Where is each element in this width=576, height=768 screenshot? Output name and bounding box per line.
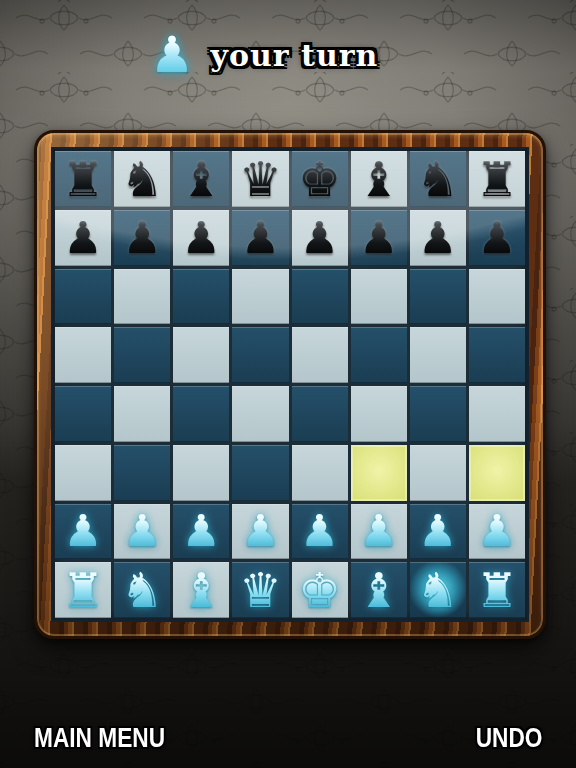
black-pawn: ♟ [359,216,398,260]
square-e7[interactable]: ♟ [292,210,348,266]
square-d2[interactable]: ♟ [232,504,288,560]
square-a7[interactable]: ♟ [55,210,111,266]
white-pawn: ♟ [241,509,280,553]
square-e4[interactable] [292,386,348,442]
square-g8[interactable]: ♞ [410,151,466,207]
white-knight: ♞ [416,566,459,614]
square-h7[interactable]: ♟ [469,210,525,266]
square-c4[interactable] [173,386,229,442]
white-pawn: ♟ [300,509,339,553]
square-a2[interactable]: ♟ [55,504,111,560]
game-screen: ♟ your turn ♜♞♝♛♚♝♞♜♟♟♟♟♟♟♟♟♟♟♟♟♟♟♟♟♜♞♝♛… [0,0,576,768]
square-a5[interactable] [55,327,111,383]
square-g3[interactable] [410,445,466,501]
square-h8[interactable]: ♜ [469,151,525,207]
square-g4[interactable] [410,386,466,442]
black-king: ♚ [298,155,341,203]
square-d4[interactable] [232,386,288,442]
square-b4[interactable] [114,386,170,442]
black-knight: ♞ [121,155,164,203]
square-f2[interactable]: ♟ [351,504,407,560]
square-c5[interactable] [173,327,229,383]
square-h2[interactable]: ♟ [469,504,525,560]
white-knight: ♞ [121,566,164,614]
square-b5[interactable] [114,327,170,383]
square-e5[interactable] [292,327,348,383]
black-knight: ♞ [416,155,459,203]
board-frame: ♜♞♝♛♚♝♞♜♟♟♟♟♟♟♟♟♟♟♟♟♟♟♟♟♜♞♝♛♚♝♞♜ [34,130,546,639]
white-queen: ♛ [239,566,282,614]
square-g1[interactable]: ♞ [410,562,466,618]
chess-board: ♜♞♝♛♚♝♞♜♟♟♟♟♟♟♟♟♟♟♟♟♟♟♟♟♜♞♝♛♚♝♞♜ [51,147,529,622]
square-b8[interactable]: ♞ [114,151,170,207]
turn-status-bar: ♟ your turn [0,30,552,80]
square-a6[interactable] [55,269,111,325]
square-b3[interactable] [114,445,170,501]
square-f1[interactable]: ♝ [351,562,407,618]
square-g2[interactable]: ♟ [410,504,466,560]
square-d6[interactable] [232,269,288,325]
white-pawn: ♟ [122,509,161,553]
black-pawn: ♟ [122,216,161,260]
square-g6[interactable] [410,269,466,325]
undo-button[interactable]: UNDO [475,723,542,754]
black-pawn: ♟ [418,216,457,260]
square-d3[interactable] [232,445,288,501]
bottom-nav-bar: MAIN MENU UNDO [0,723,576,754]
square-c3[interactable] [173,445,229,501]
square-f7[interactable]: ♟ [351,210,407,266]
white-rook: ♜ [62,566,105,614]
square-f8[interactable]: ♝ [351,151,407,207]
square-h3[interactable] [469,445,525,501]
square-a1[interactable]: ♜ [55,562,111,618]
square-c7[interactable]: ♟ [173,210,229,266]
square-a8[interactable]: ♜ [55,151,111,207]
black-pawn: ♟ [63,216,102,260]
square-f5[interactable] [351,327,407,383]
square-b1[interactable]: ♞ [114,562,170,618]
main-menu-button[interactable]: MAIN MENU [34,723,165,754]
black-pawn: ♟ [300,216,339,260]
black-pawn: ♟ [477,216,516,260]
square-h4[interactable] [469,386,525,442]
black-bishop: ♝ [357,155,400,203]
square-g7[interactable]: ♟ [410,210,466,266]
black-pawn: ♟ [182,216,221,260]
white-pawn: ♟ [63,509,102,553]
square-f3[interactable] [351,445,407,501]
square-f6[interactable] [351,269,407,325]
turn-status-text: your turn [211,38,379,73]
square-e1[interactable]: ♚ [292,562,348,618]
white-rook: ♜ [475,566,518,614]
black-queen: ♛ [239,155,282,203]
square-d1[interactable]: ♛ [232,562,288,618]
square-e3[interactable] [292,445,348,501]
square-c2[interactable]: ♟ [173,504,229,560]
black-bishop: ♝ [180,155,223,203]
square-d8[interactable]: ♛ [232,151,288,207]
square-f4[interactable] [351,386,407,442]
square-g5[interactable] [410,327,466,383]
square-e2[interactable]: ♟ [292,504,348,560]
square-h1[interactable]: ♜ [469,562,525,618]
square-d7[interactable]: ♟ [232,210,288,266]
white-bishop: ♝ [180,566,223,614]
square-b6[interactable] [114,269,170,325]
black-rook: ♜ [475,155,518,203]
white-pawn-icon: ♟ [150,30,195,80]
square-a3[interactable] [55,445,111,501]
white-bishop: ♝ [357,566,400,614]
square-b2[interactable]: ♟ [114,504,170,560]
square-b7[interactable]: ♟ [114,210,170,266]
square-a4[interactable] [55,386,111,442]
square-h5[interactable] [469,327,525,383]
square-c1[interactable]: ♝ [173,562,229,618]
black-rook: ♜ [62,155,105,203]
square-h6[interactable] [469,269,525,325]
square-c8[interactable]: ♝ [173,151,229,207]
square-e8[interactable]: ♚ [292,151,348,207]
white-pawn: ♟ [182,509,221,553]
white-pawn: ♟ [477,509,516,553]
white-pawn: ♟ [418,509,457,553]
white-pawn: ♟ [359,509,398,553]
white-king: ♚ [298,566,341,614]
black-pawn: ♟ [241,216,280,260]
square-d5[interactable] [232,327,288,383]
square-e6[interactable] [292,269,348,325]
square-c6[interactable] [173,269,229,325]
